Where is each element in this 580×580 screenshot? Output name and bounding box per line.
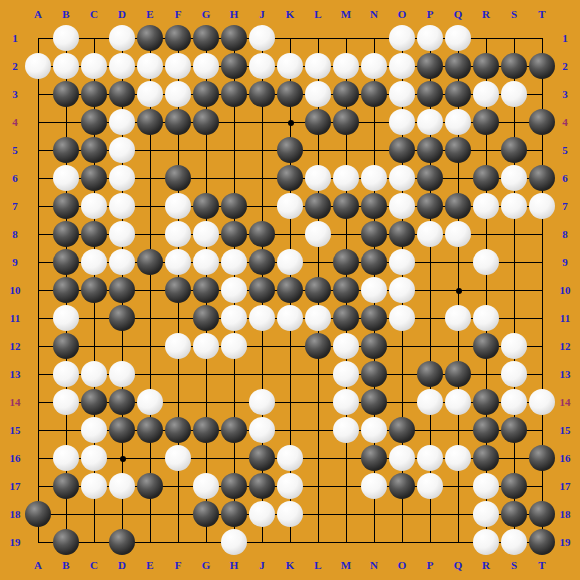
black-stone[interactable]	[221, 501, 247, 527]
black-stone[interactable]	[53, 333, 79, 359]
star-point	[456, 288, 462, 294]
black-stone[interactable]	[529, 53, 555, 79]
black-stone[interactable]	[53, 81, 79, 107]
black-stone[interactable]	[501, 53, 527, 79]
white-stone[interactable]	[305, 305, 331, 331]
black-stone[interactable]	[473, 109, 499, 135]
black-stone[interactable]	[473, 53, 499, 79]
white-stone[interactable]	[165, 221, 191, 247]
black-stone[interactable]	[53, 473, 79, 499]
white-stone[interactable]	[249, 389, 275, 415]
row-label-left: 15	[3, 424, 27, 437]
column-label-top: K	[281, 8, 299, 21]
black-stone[interactable]	[221, 221, 247, 247]
row-label-right: 16	[553, 452, 577, 465]
column-label-bottom: C	[85, 559, 103, 572]
row-label-left: 2	[3, 60, 27, 73]
white-stone[interactable]	[109, 165, 135, 191]
black-stone[interactable]	[193, 501, 219, 527]
black-stone[interactable]	[445, 361, 471, 387]
white-stone[interactable]	[53, 445, 79, 471]
white-stone[interactable]	[501, 333, 527, 359]
black-stone[interactable]	[25, 501, 51, 527]
black-stone[interactable]	[193, 81, 219, 107]
black-stone[interactable]	[333, 305, 359, 331]
black-stone[interactable]	[193, 305, 219, 331]
row-label-right: 6	[553, 172, 577, 185]
white-stone[interactable]	[417, 389, 443, 415]
white-stone[interactable]	[445, 305, 471, 331]
white-stone[interactable]	[445, 445, 471, 471]
go-board[interactable]: AABBCCDDEEFFGGHHJJKKLLMMNNOOPPQQRRSSTT11…	[0, 0, 580, 580]
white-stone[interactable]	[473, 501, 499, 527]
black-stone[interactable]	[417, 165, 443, 191]
black-stone[interactable]	[445, 81, 471, 107]
black-stone[interactable]	[389, 137, 415, 163]
black-stone[interactable]	[305, 109, 331, 135]
black-stone[interactable]	[165, 417, 191, 443]
white-stone[interactable]	[389, 193, 415, 219]
white-stone[interactable]	[389, 165, 415, 191]
black-stone[interactable]	[333, 249, 359, 275]
column-label-top: T	[533, 8, 551, 21]
black-stone[interactable]	[81, 165, 107, 191]
white-stone[interactable]	[81, 249, 107, 275]
black-stone[interactable]	[529, 165, 555, 191]
grid-line-vertical	[514, 38, 515, 543]
white-stone[interactable]	[445, 221, 471, 247]
black-stone[interactable]	[473, 333, 499, 359]
black-stone[interactable]	[501, 417, 527, 443]
white-stone[interactable]	[137, 53, 163, 79]
column-label-bottom: E	[141, 559, 159, 572]
black-stone[interactable]	[109, 305, 135, 331]
white-stone[interactable]	[109, 25, 135, 51]
white-stone[interactable]	[81, 473, 107, 499]
row-label-left: 5	[3, 144, 27, 157]
row-label-right: 17	[553, 480, 577, 493]
row-label-right: 2	[553, 60, 577, 73]
white-stone[interactable]	[417, 25, 443, 51]
black-stone[interactable]	[417, 137, 443, 163]
white-stone[interactable]	[529, 193, 555, 219]
row-label-left: 12	[3, 340, 27, 353]
black-stone[interactable]	[249, 445, 275, 471]
black-stone[interactable]	[277, 81, 303, 107]
column-label-bottom: D	[113, 559, 131, 572]
white-stone[interactable]	[389, 305, 415, 331]
white-stone[interactable]	[389, 445, 415, 471]
column-label-bottom: G	[197, 559, 215, 572]
white-stone[interactable]	[53, 389, 79, 415]
white-stone[interactable]	[389, 53, 415, 79]
black-stone[interactable]	[249, 473, 275, 499]
white-stone[interactable]	[445, 389, 471, 415]
white-stone[interactable]	[109, 361, 135, 387]
black-stone[interactable]	[417, 193, 443, 219]
white-stone[interactable]	[473, 81, 499, 107]
black-stone[interactable]	[221, 81, 247, 107]
white-stone[interactable]	[445, 109, 471, 135]
black-stone[interactable]	[137, 249, 163, 275]
black-stone[interactable]	[249, 249, 275, 275]
black-stone[interactable]	[361, 305, 387, 331]
row-label-left: 3	[3, 88, 27, 101]
white-stone[interactable]	[361, 473, 387, 499]
white-stone[interactable]	[389, 25, 415, 51]
row-label-right: 10	[553, 284, 577, 297]
black-stone[interactable]	[529, 445, 555, 471]
black-stone[interactable]	[165, 277, 191, 303]
row-label-left: 10	[3, 284, 27, 297]
white-stone[interactable]	[361, 417, 387, 443]
white-stone[interactable]	[109, 109, 135, 135]
black-stone[interactable]	[417, 53, 443, 79]
row-label-left: 19	[3, 536, 27, 549]
column-label-bottom: M	[337, 559, 355, 572]
row-label-right: 1	[553, 32, 577, 45]
white-stone[interactable]	[277, 193, 303, 219]
black-stone[interactable]	[221, 417, 247, 443]
white-stone[interactable]	[221, 277, 247, 303]
white-stone[interactable]	[277, 305, 303, 331]
white-stone[interactable]	[417, 445, 443, 471]
white-stone[interactable]	[109, 249, 135, 275]
black-stone[interactable]	[109, 529, 135, 555]
black-stone[interactable]	[81, 277, 107, 303]
row-label-left: 4	[3, 116, 27, 129]
white-stone[interactable]	[221, 529, 247, 555]
white-stone[interactable]	[501, 361, 527, 387]
column-label-top: N	[365, 8, 383, 21]
black-stone[interactable]	[137, 417, 163, 443]
column-label-bottom: Q	[449, 559, 467, 572]
black-stone[interactable]	[445, 137, 471, 163]
black-stone[interactable]	[221, 53, 247, 79]
white-stone[interactable]	[473, 473, 499, 499]
white-stone[interactable]	[473, 529, 499, 555]
row-label-left: 13	[3, 368, 27, 381]
row-label-right: 3	[553, 88, 577, 101]
white-stone[interactable]	[361, 165, 387, 191]
white-stone[interactable]	[193, 53, 219, 79]
black-stone[interactable]	[305, 193, 331, 219]
black-stone[interactable]	[165, 109, 191, 135]
black-stone[interactable]	[361, 249, 387, 275]
black-stone[interactable]	[277, 277, 303, 303]
black-stone[interactable]	[417, 81, 443, 107]
white-stone[interactable]	[277, 501, 303, 527]
column-label-top: C	[85, 8, 103, 21]
white-stone[interactable]	[473, 249, 499, 275]
white-stone[interactable]	[81, 445, 107, 471]
black-stone[interactable]	[53, 137, 79, 163]
white-stone[interactable]	[305, 53, 331, 79]
white-stone[interactable]	[109, 221, 135, 247]
white-stone[interactable]	[529, 389, 555, 415]
column-label-top: E	[141, 8, 159, 21]
white-stone[interactable]	[333, 333, 359, 359]
row-label-left: 9	[3, 256, 27, 269]
white-stone[interactable]	[137, 81, 163, 107]
white-stone[interactable]	[165, 193, 191, 219]
row-label-right: 8	[553, 228, 577, 241]
black-stone[interactable]	[361, 193, 387, 219]
column-label-top: O	[393, 8, 411, 21]
column-label-bottom: T	[533, 559, 551, 572]
row-label-right: 11	[553, 312, 577, 325]
white-stone[interactable]	[473, 305, 499, 331]
white-stone[interactable]	[305, 81, 331, 107]
black-stone[interactable]	[53, 277, 79, 303]
black-stone[interactable]	[529, 109, 555, 135]
black-stone[interactable]	[81, 221, 107, 247]
column-label-bottom: K	[281, 559, 299, 572]
white-stone[interactable]	[25, 53, 51, 79]
black-stone[interactable]	[109, 389, 135, 415]
white-stone[interactable]	[193, 473, 219, 499]
row-label-left: 17	[3, 480, 27, 493]
white-stone[interactable]	[221, 305, 247, 331]
black-stone[interactable]	[193, 417, 219, 443]
row-label-left: 7	[3, 200, 27, 213]
white-stone[interactable]	[221, 333, 247, 359]
white-stone[interactable]	[165, 53, 191, 79]
black-stone[interactable]	[249, 277, 275, 303]
white-stone[interactable]	[417, 221, 443, 247]
white-stone[interactable]	[501, 165, 527, 191]
row-label-left: 16	[3, 452, 27, 465]
white-stone[interactable]	[53, 165, 79, 191]
row-label-left: 6	[3, 172, 27, 185]
white-stone[interactable]	[53, 53, 79, 79]
column-label-bottom: L	[309, 559, 327, 572]
row-label-left: 8	[3, 228, 27, 241]
white-stone[interactable]	[333, 165, 359, 191]
row-label-right: 18	[553, 508, 577, 521]
white-stone[interactable]	[389, 109, 415, 135]
white-stone[interactable]	[305, 165, 331, 191]
white-stone[interactable]	[109, 137, 135, 163]
white-stone[interactable]	[249, 305, 275, 331]
column-label-top: F	[169, 8, 187, 21]
black-stone[interactable]	[473, 389, 499, 415]
column-label-bottom: H	[225, 559, 243, 572]
column-label-top: B	[57, 8, 75, 21]
column-label-top: J	[253, 8, 271, 21]
row-label-right: 19	[553, 536, 577, 549]
black-stone[interactable]	[333, 81, 359, 107]
black-stone[interactable]	[53, 193, 79, 219]
row-label-right: 12	[553, 340, 577, 353]
black-stone[interactable]	[249, 221, 275, 247]
white-stone[interactable]	[501, 389, 527, 415]
white-stone[interactable]	[417, 473, 443, 499]
white-stone[interactable]	[53, 305, 79, 331]
white-stone[interactable]	[249, 501, 275, 527]
black-stone[interactable]	[221, 25, 247, 51]
column-label-top: R	[477, 8, 495, 21]
black-stone[interactable]	[165, 165, 191, 191]
white-stone[interactable]	[81, 193, 107, 219]
white-stone[interactable]	[361, 53, 387, 79]
black-stone[interactable]	[137, 109, 163, 135]
black-stone[interactable]	[445, 53, 471, 79]
white-stone[interactable]	[501, 193, 527, 219]
black-stone[interactable]	[221, 193, 247, 219]
black-stone[interactable]	[277, 137, 303, 163]
black-stone[interactable]	[389, 417, 415, 443]
row-label-left: 1	[3, 32, 27, 45]
white-stone[interactable]	[137, 389, 163, 415]
black-stone[interactable]	[389, 221, 415, 247]
black-stone[interactable]	[305, 277, 331, 303]
black-stone[interactable]	[81, 81, 107, 107]
black-stone[interactable]	[221, 473, 247, 499]
black-stone[interactable]	[473, 417, 499, 443]
black-stone[interactable]	[53, 529, 79, 555]
black-stone[interactable]	[53, 249, 79, 275]
white-stone[interactable]	[333, 53, 359, 79]
white-stone[interactable]	[333, 361, 359, 387]
column-label-bottom: J	[253, 559, 271, 572]
column-label-top: M	[337, 8, 355, 21]
black-stone[interactable]	[361, 333, 387, 359]
white-stone[interactable]	[249, 53, 275, 79]
white-stone[interactable]	[193, 333, 219, 359]
row-label-right: 5	[553, 144, 577, 157]
black-stone[interactable]	[81, 389, 107, 415]
black-stone[interactable]	[361, 221, 387, 247]
black-stone[interactable]	[361, 361, 387, 387]
column-label-bottom: N	[365, 559, 383, 572]
white-stone[interactable]	[277, 473, 303, 499]
column-label-top: P	[421, 8, 439, 21]
black-stone[interactable]	[333, 109, 359, 135]
column-label-bottom: S	[505, 559, 523, 572]
white-stone[interactable]	[501, 529, 527, 555]
column-label-top: L	[309, 8, 327, 21]
black-stone[interactable]	[109, 277, 135, 303]
black-stone[interactable]	[501, 137, 527, 163]
white-stone[interactable]	[221, 249, 247, 275]
black-stone[interactable]	[333, 277, 359, 303]
column-label-bottom: A	[29, 559, 47, 572]
white-stone[interactable]	[389, 277, 415, 303]
black-stone[interactable]	[529, 529, 555, 555]
white-stone[interactable]	[193, 221, 219, 247]
column-label-bottom: R	[477, 559, 495, 572]
row-label-right: 9	[553, 256, 577, 269]
black-stone[interactable]	[81, 137, 107, 163]
white-stone[interactable]	[53, 25, 79, 51]
black-stone[interactable]	[333, 193, 359, 219]
black-stone[interactable]	[417, 361, 443, 387]
white-stone[interactable]	[165, 81, 191, 107]
black-stone[interactable]	[361, 81, 387, 107]
black-stone[interactable]	[53, 221, 79, 247]
column-label-bottom: P	[421, 559, 439, 572]
black-stone[interactable]	[501, 473, 527, 499]
white-stone[interactable]	[501, 81, 527, 107]
row-label-left: 14	[3, 396, 27, 409]
black-stone[interactable]	[193, 25, 219, 51]
black-stone[interactable]	[193, 193, 219, 219]
column-label-top: A	[29, 8, 47, 21]
white-stone[interactable]	[277, 445, 303, 471]
row-label-left: 11	[3, 312, 27, 325]
black-stone[interactable]	[361, 389, 387, 415]
black-stone[interactable]	[473, 165, 499, 191]
white-stone[interactable]	[109, 53, 135, 79]
star-point	[120, 456, 126, 462]
row-label-right: 13	[553, 368, 577, 381]
white-stone[interactable]	[389, 81, 415, 107]
star-point	[288, 120, 294, 126]
black-stone[interactable]	[193, 109, 219, 135]
grid-line-horizontal	[38, 346, 543, 347]
column-label-bottom: F	[169, 559, 187, 572]
black-stone[interactable]	[137, 25, 163, 51]
white-stone[interactable]	[361, 277, 387, 303]
white-stone[interactable]	[333, 389, 359, 415]
black-stone[interactable]	[473, 445, 499, 471]
white-stone[interactable]	[333, 417, 359, 443]
column-label-bottom: O	[393, 559, 411, 572]
white-stone[interactable]	[473, 193, 499, 219]
black-stone[interactable]	[193, 277, 219, 303]
white-stone[interactable]	[109, 193, 135, 219]
black-stone[interactable]	[529, 501, 555, 527]
white-stone[interactable]	[305, 221, 331, 247]
white-stone[interactable]	[417, 109, 443, 135]
row-label-right: 14	[553, 396, 577, 409]
black-stone[interactable]	[445, 193, 471, 219]
black-stone[interactable]	[389, 473, 415, 499]
column-label-top: Q	[449, 8, 467, 21]
black-stone[interactable]	[277, 165, 303, 191]
white-stone[interactable]	[277, 249, 303, 275]
white-stone[interactable]	[389, 249, 415, 275]
black-stone[interactable]	[137, 473, 163, 499]
black-stone[interactable]	[361, 445, 387, 471]
white-stone[interactable]	[81, 53, 107, 79]
black-stone[interactable]	[109, 81, 135, 107]
black-stone[interactable]	[109, 417, 135, 443]
row-label-right: 4	[553, 116, 577, 129]
black-stone[interactable]	[305, 333, 331, 359]
white-stone[interactable]	[165, 445, 191, 471]
white-stone[interactable]	[81, 361, 107, 387]
black-stone[interactable]	[501, 501, 527, 527]
white-stone[interactable]	[193, 249, 219, 275]
black-stone[interactable]	[81, 109, 107, 135]
white-stone[interactable]	[165, 333, 191, 359]
white-stone[interactable]	[249, 417, 275, 443]
white-stone[interactable]	[249, 25, 275, 51]
white-stone[interactable]	[109, 473, 135, 499]
white-stone[interactable]	[165, 249, 191, 275]
black-stone[interactable]	[249, 81, 275, 107]
column-label-top: H	[225, 8, 243, 21]
white-stone[interactable]	[53, 361, 79, 387]
black-stone[interactable]	[165, 25, 191, 51]
column-label-bottom: B	[57, 559, 75, 572]
white-stone[interactable]	[81, 417, 107, 443]
white-stone[interactable]	[445, 25, 471, 51]
row-label-right: 7	[553, 200, 577, 213]
white-stone[interactable]	[277, 53, 303, 79]
